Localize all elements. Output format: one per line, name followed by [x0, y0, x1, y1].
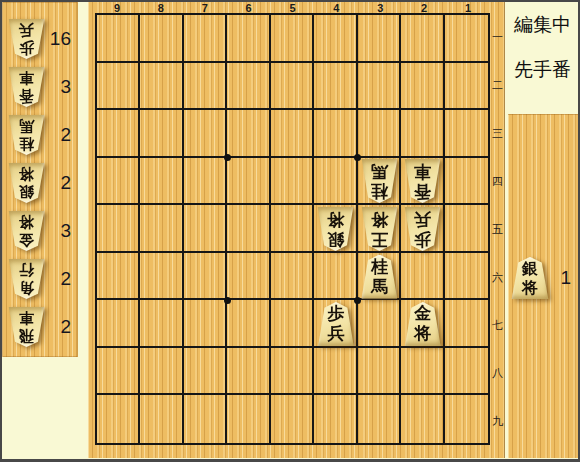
gote-hand-gold: 金将3	[2, 207, 78, 255]
row-label: 五	[490, 205, 505, 253]
square-2八[interactable]	[401, 348, 444, 396]
square-5四[interactable]	[271, 158, 314, 206]
row-label: 七	[490, 301, 505, 349]
square-8九[interactable]	[140, 395, 183, 443]
turn-indicator: 先手番	[505, 59, 580, 81]
square-2二[interactable]	[401, 63, 444, 111]
gote-hand-lance: 香車3	[2, 63, 78, 111]
silver-piece: 銀将	[511, 257, 549, 299]
square-3七[interactable]	[358, 300, 401, 348]
square-1五[interactable]	[445, 205, 488, 253]
square-5七[interactable]	[271, 300, 314, 348]
square-6六[interactable]	[227, 253, 270, 301]
pawn-piece: 歩兵	[317, 302, 354, 346]
lance-piece: 香車	[404, 159, 441, 203]
square-8三[interactable]	[140, 110, 183, 158]
gote-hand-count-knight: 2	[60, 124, 71, 146]
square-8七[interactable]	[140, 300, 183, 348]
square-8四[interactable]	[140, 158, 183, 206]
square-7六[interactable]	[184, 253, 227, 301]
square-6二[interactable]	[227, 63, 270, 111]
bishop-piece: 角行	[8, 259, 45, 299]
square-6三[interactable]	[227, 110, 270, 158]
gote-hand-piece-gold[interactable]: 金将	[2, 211, 45, 251]
rook-piece: 飛車	[8, 307, 45, 347]
square-6一[interactable]	[227, 15, 270, 63]
gold-piece: 金将	[404, 302, 441, 346]
square-4八[interactable]	[314, 348, 357, 396]
row-label: 六	[490, 253, 505, 301]
row-labels: 一二三四五六七八九	[490, 13, 505, 445]
piece-sente-3六[interactable]: 桂馬	[361, 255, 398, 299]
gote-hand-pawn: 歩兵16	[2, 15, 78, 63]
square-3八[interactable]	[358, 348, 401, 396]
piece-sente-4七[interactable]: 歩兵	[317, 302, 354, 346]
square-4三[interactable]	[314, 110, 357, 158]
sente-hand-count-silver: 1	[560, 267, 571, 289]
square-9九[interactable]	[97, 395, 140, 443]
square-1三[interactable]	[445, 110, 488, 158]
row-label: 四	[490, 157, 505, 205]
square-1六[interactable]	[445, 253, 488, 301]
square-4六[interactable]	[314, 253, 357, 301]
square-1二[interactable]	[445, 63, 488, 111]
pawn-piece: 歩兵	[8, 19, 45, 59]
square-1一[interactable]	[445, 15, 488, 63]
row-label: 八	[490, 349, 505, 397]
square-2九[interactable]	[401, 395, 444, 443]
square-7二[interactable]	[184, 63, 227, 111]
square-7一[interactable]	[184, 15, 227, 63]
square-2三[interactable]	[401, 110, 444, 158]
square-5八[interactable]	[271, 348, 314, 396]
silver-piece: 銀将	[8, 163, 45, 203]
square-9七[interactable]	[97, 300, 140, 348]
square-3三[interactable]	[358, 110, 401, 158]
knight-piece: 桂馬	[361, 159, 398, 203]
square-6七[interactable]	[227, 300, 270, 348]
piece-gote-2五[interactable]: 歩兵	[404, 207, 441, 251]
board-panel: 987654321 一二三四五六七八九 桂馬香車銀将王将歩兵桂馬歩兵金将	[88, 2, 505, 458]
row-label: 一	[490, 13, 505, 61]
square-3一[interactable]	[358, 15, 401, 63]
square-9六[interactable]	[97, 253, 140, 301]
gote-hand-piece-knight[interactable]: 桂馬	[2, 115, 45, 155]
square-1九[interactable]	[445, 395, 488, 443]
gote-hand-rook: 飛車2	[2, 303, 78, 351]
square-5一[interactable]	[271, 15, 314, 63]
gote-hand-piece-lance[interactable]: 香車	[2, 67, 45, 107]
edit-mode-label: 編集中	[505, 14, 580, 36]
square-2六[interactable]	[401, 253, 444, 301]
knight-piece: 桂馬	[8, 115, 45, 155]
square-1七[interactable]	[445, 300, 488, 348]
gote-hand-count-silver: 2	[60, 172, 71, 194]
gote-hand-piece-rook[interactable]: 飛車	[2, 307, 45, 347]
piece-gote-2四[interactable]: 香車	[404, 159, 441, 203]
square-7八[interactable]	[184, 348, 227, 396]
square-9五[interactable]	[97, 205, 140, 253]
row-label: 九	[490, 397, 505, 445]
shogi-edit-window: 歩兵16香車3桂馬2銀将2金将3角行2飛車2 987654321 一二三四五六七…	[0, 0, 580, 462]
square-6九[interactable]	[227, 395, 270, 443]
square-3二[interactable]	[358, 63, 401, 111]
gote-hand-count-lance: 3	[60, 76, 71, 98]
gote-hand-silver: 銀将2	[2, 159, 78, 207]
square-8二[interactable]	[140, 63, 183, 111]
square-4一[interactable]	[314, 15, 357, 63]
gote-hand-piece-bishop[interactable]: 角行	[2, 259, 45, 299]
row-label: 二	[490, 61, 505, 109]
gote-hand-piece-pawn[interactable]: 歩兵	[2, 19, 45, 59]
gote-hand-knight: 桂馬2	[2, 111, 78, 159]
square-8五[interactable]	[140, 205, 183, 253]
square-5六[interactable]	[271, 253, 314, 301]
gote-hand-count-gold: 3	[60, 220, 71, 242]
square-3九[interactable]	[358, 395, 401, 443]
square-7四[interactable]	[184, 158, 227, 206]
square-7五[interactable]	[184, 205, 227, 253]
gote-hand-count-bishop: 2	[60, 268, 71, 290]
square-7九[interactable]	[184, 395, 227, 443]
knight-piece: 桂馬	[361, 255, 398, 299]
square-4九[interactable]	[314, 395, 357, 443]
gote-captured-tray: 歩兵16香車3桂馬2銀将2金将3角行2飛車2	[2, 2, 78, 357]
square-7三[interactable]	[184, 110, 227, 158]
square-9八[interactable]	[97, 348, 140, 396]
square-8八[interactable]	[140, 348, 183, 396]
silver-piece: 銀将	[317, 207, 354, 251]
lance-piece: 香車	[8, 67, 45, 107]
piece-gote-3五[interactable]: 王将	[361, 207, 398, 251]
piece-gote-3四[interactable]: 桂馬	[361, 159, 398, 203]
square-1四[interactable]	[445, 158, 488, 206]
square-6四[interactable]	[227, 158, 270, 206]
sente-hand-silver: 銀将1	[508, 254, 580, 302]
square-9四[interactable]	[97, 158, 140, 206]
sente-hand-piece-silver[interactable]: 銀将	[508, 257, 549, 299]
square-8六[interactable]	[140, 253, 183, 301]
square-5九[interactable]	[271, 395, 314, 443]
row-label: 三	[490, 109, 505, 157]
square-9三[interactable]	[97, 110, 140, 158]
square-9二[interactable]	[97, 63, 140, 111]
sente-captured-tray: 銀将1	[508, 114, 580, 458]
pawn-piece: 歩兵	[404, 207, 441, 251]
square-4二[interactable]	[314, 63, 357, 111]
piece-gote-4五[interactable]: 銀将	[317, 207, 354, 251]
square-5二[interactable]	[271, 63, 314, 111]
square-9一[interactable]	[97, 15, 140, 63]
gote-hand-count-rook: 2	[60, 316, 71, 338]
square-7七[interactable]	[184, 300, 227, 348]
square-1八[interactable]	[445, 348, 488, 396]
square-6八[interactable]	[227, 348, 270, 396]
square-5三[interactable]	[271, 110, 314, 158]
king-piece: 王将	[361, 207, 398, 251]
gote-hand-piece-silver[interactable]: 銀将	[2, 163, 45, 203]
square-8一[interactable]	[140, 15, 183, 63]
piece-sente-2七[interactable]: 金将	[404, 302, 441, 346]
square-2一[interactable]	[401, 15, 444, 63]
square-6五[interactable]	[227, 205, 270, 253]
status-panel: 編集中 先手番	[505, 4, 580, 81]
gote-hand-count-pawn: 16	[50, 28, 71, 50]
gote-hand-bishop: 角行2	[2, 255, 78, 303]
square-4四[interactable]	[314, 158, 357, 206]
square-5五[interactable]	[271, 205, 314, 253]
gold-piece: 金将	[8, 211, 45, 251]
